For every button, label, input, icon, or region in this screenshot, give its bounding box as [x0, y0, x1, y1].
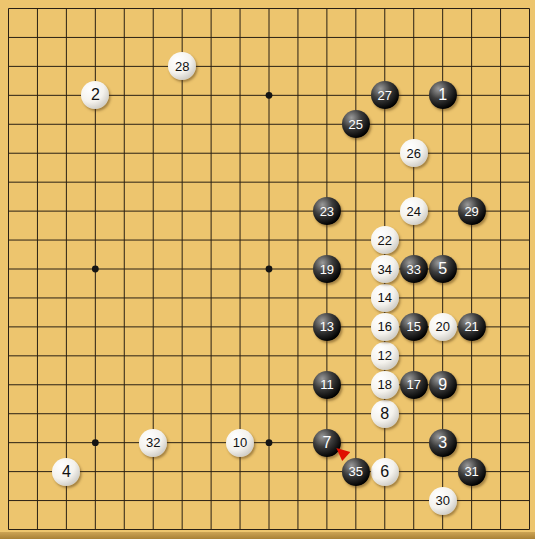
stone-black-29: 29: [458, 197, 486, 225]
stone-black-3: 3: [429, 429, 457, 457]
move-number: 24: [406, 205, 420, 218]
move-number: 30: [435, 494, 449, 507]
stone-black-15: 15: [400, 313, 428, 341]
stone-white-26: 26: [400, 139, 428, 167]
move-number: 2: [91, 87, 100, 103]
stone-black-13: 13: [313, 313, 341, 341]
move-number: 9: [438, 377, 447, 393]
move-number: 21: [464, 320, 478, 333]
move-number: 27: [378, 89, 392, 102]
stone-black-11: 11: [313, 371, 341, 399]
move-number: 5: [438, 261, 447, 277]
stone-white-20: 20: [429, 313, 457, 341]
stone-black-19: 19: [313, 255, 341, 283]
move-number: 8: [380, 406, 389, 422]
move-number: 31: [464, 465, 478, 478]
move-number: 17: [406, 378, 420, 391]
move-number: 20: [435, 320, 449, 333]
stone-black-1: 1: [429, 81, 457, 109]
move-number: 6: [380, 464, 389, 480]
stone-black-7: 7: [313, 429, 341, 457]
move-number: 16: [378, 320, 392, 333]
stone-white-30: 30: [429, 487, 457, 515]
stone-black-21: 21: [458, 313, 486, 341]
stone-white-2: 2: [81, 81, 109, 109]
stone-white-22: 22: [371, 226, 399, 254]
stone-black-17: 17: [400, 371, 428, 399]
stone-white-12: 12: [371, 342, 399, 370]
stone-white-8: 8: [371, 400, 399, 428]
move-number: 3: [438, 435, 447, 451]
move-number: 32: [146, 436, 160, 449]
stone-white-6: 6: [371, 458, 399, 486]
move-number: 25: [349, 118, 363, 131]
stone-black-35: 35: [342, 458, 370, 486]
stones-layer: 1234567891011121314151617181920212223242…: [0, 0, 535, 539]
move-number: 14: [378, 291, 392, 304]
stone-white-32: 32: [139, 429, 167, 457]
move-number: 23: [320, 205, 334, 218]
stone-white-24: 24: [400, 197, 428, 225]
stone-white-14: 14: [371, 284, 399, 312]
move-number: 4: [62, 464, 71, 480]
stone-black-23: 23: [313, 197, 341, 225]
stone-black-9: 9: [429, 371, 457, 399]
board-edge-shadow: [0, 532, 535, 539]
stone-white-4: 4: [52, 458, 80, 486]
move-number: 12: [378, 349, 392, 362]
move-number: 26: [406, 147, 420, 160]
stone-black-27: 27: [371, 81, 399, 109]
stone-white-28: 28: [168, 52, 196, 80]
move-number: 11: [320, 378, 334, 391]
stone-black-5: 5: [429, 255, 457, 283]
stone-white-18: 18: [371, 371, 399, 399]
move-number: 35: [349, 465, 363, 478]
move-number: 18: [378, 378, 392, 391]
move-number: 33: [406, 263, 420, 276]
stone-white-16: 16: [371, 313, 399, 341]
move-number: 1: [438, 87, 447, 103]
stone-black-25: 25: [342, 110, 370, 138]
move-number: 34: [378, 263, 392, 276]
move-number: 10: [233, 436, 247, 449]
move-number: 13: [320, 320, 334, 333]
move-number: 29: [464, 205, 478, 218]
move-number: 15: [406, 320, 420, 333]
go-board[interactable]: 1234567891011121314151617181920212223242…: [0, 0, 535, 539]
stone-black-31: 31: [458, 458, 486, 486]
move-number: 28: [175, 60, 189, 73]
stone-white-10: 10: [226, 429, 254, 457]
move-number: 19: [320, 263, 334, 276]
move-number: 7: [322, 435, 331, 451]
move-number: 22: [378, 234, 392, 247]
stone-white-34: 34: [371, 255, 399, 283]
stone-black-33: 33: [400, 255, 428, 283]
